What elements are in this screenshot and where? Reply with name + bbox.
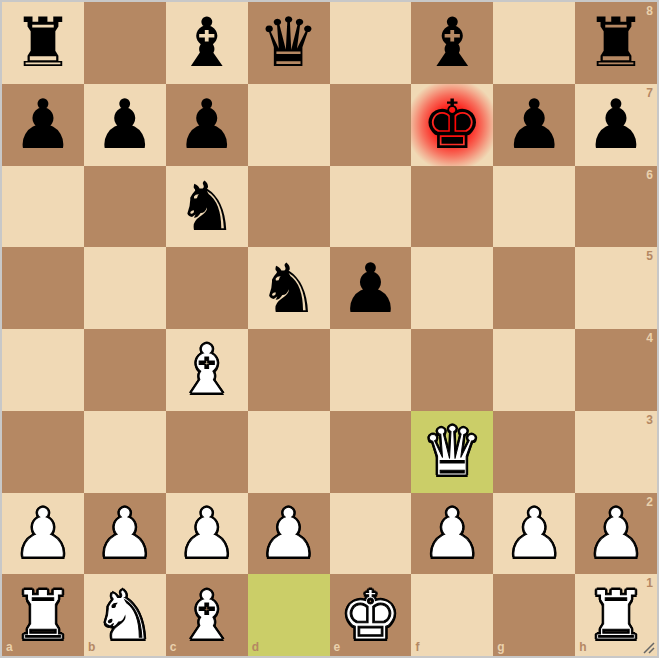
square-d7[interactable] — [248, 84, 330, 166]
square-e1[interactable]: ♚e — [330, 574, 412, 656]
square-d2[interactable]: ♟ — [248, 493, 330, 575]
square-g2[interactable]: ♟ — [493, 493, 575, 575]
square-e6[interactable] — [330, 166, 412, 248]
square-c5[interactable] — [166, 247, 248, 329]
square-h6[interactable]: 6 — [575, 166, 657, 248]
black-pawn[interactable]: ♟ — [340, 248, 401, 329]
square-h5[interactable]: 5 — [575, 247, 657, 329]
file-label-g: g — [497, 640, 504, 654]
square-e2[interactable] — [330, 493, 412, 575]
file-label-f: f — [415, 640, 419, 654]
square-c3[interactable] — [166, 411, 248, 493]
square-a2[interactable]: ♟ — [2, 493, 84, 575]
square-c2[interactable]: ♟ — [166, 493, 248, 575]
square-d6[interactable] — [248, 166, 330, 248]
square-d8[interactable]: ♛ — [248, 2, 330, 84]
black-pawn[interactable]: ♟ — [504, 84, 565, 165]
rank-label-2: 2 — [646, 495, 653, 509]
square-g7[interactable]: ♟ — [493, 84, 575, 166]
square-d1[interactable]: d — [248, 574, 330, 656]
white-pawn[interactable]: ♟ — [176, 493, 237, 574]
square-f7[interactable]: ♚ — [411, 84, 493, 166]
square-b4[interactable] — [84, 329, 166, 411]
chess-board-frame: ♜♝♛♝♜8♟♟♟♚♟♟7♞6♞♟5♝4♛3♟♟♟♟♟♟♟2♜a♞b♝cd♚ef… — [0, 0, 659, 658]
rank-label-7: 7 — [646, 86, 653, 100]
resize-handle-lines — [644, 643, 654, 653]
black-queen[interactable]: ♛ — [258, 2, 319, 83]
white-pawn[interactable]: ♟ — [258, 493, 319, 574]
square-e7[interactable] — [330, 84, 412, 166]
square-b7[interactable]: ♟ — [84, 84, 166, 166]
square-g4[interactable] — [493, 329, 575, 411]
square-d4[interactable] — [248, 329, 330, 411]
black-rook[interactable]: ♜ — [12, 2, 73, 83]
black-pawn[interactable]: ♟ — [176, 84, 237, 165]
square-g6[interactable] — [493, 166, 575, 248]
square-a6[interactable] — [2, 166, 84, 248]
square-c4[interactable]: ♝ — [166, 329, 248, 411]
white-bishop[interactable]: ♝ — [176, 329, 237, 410]
square-c6[interactable]: ♞ — [166, 166, 248, 248]
white-pawn[interactable]: ♟ — [12, 493, 73, 574]
square-f3[interactable]: ♛ — [411, 411, 493, 493]
square-b3[interactable] — [84, 411, 166, 493]
square-d3[interactable] — [248, 411, 330, 493]
black-pawn[interactable]: ♟ — [12, 84, 73, 165]
black-pawn[interactable]: ♟ — [94, 84, 155, 165]
square-h8[interactable]: ♜8 — [575, 2, 657, 84]
square-c7[interactable]: ♟ — [166, 84, 248, 166]
square-e3[interactable] — [330, 411, 412, 493]
square-a1[interactable]: ♜a — [2, 574, 84, 656]
rank-label-6: 6 — [646, 168, 653, 182]
white-king[interactable]: ♚ — [340, 575, 401, 656]
square-f4[interactable] — [411, 329, 493, 411]
black-rook[interactable]: ♜ — [586, 2, 647, 83]
square-a8[interactable]: ♜ — [2, 2, 84, 84]
square-f5[interactable] — [411, 247, 493, 329]
square-b5[interactable] — [84, 247, 166, 329]
square-b1[interactable]: ♞b — [84, 574, 166, 656]
square-f1[interactable]: f — [411, 574, 493, 656]
rank-label-1: 1 — [646, 576, 653, 590]
white-pawn[interactable]: ♟ — [504, 493, 565, 574]
white-pawn[interactable]: ♟ — [586, 493, 647, 574]
white-pawn[interactable]: ♟ — [94, 493, 155, 574]
square-g3[interactable] — [493, 411, 575, 493]
square-f6[interactable] — [411, 166, 493, 248]
square-g8[interactable] — [493, 2, 575, 84]
square-d5[interactable]: ♞ — [248, 247, 330, 329]
square-g1[interactable]: g — [493, 574, 575, 656]
square-c8[interactable]: ♝ — [166, 2, 248, 84]
square-h2[interactable]: ♟2 — [575, 493, 657, 575]
square-c1[interactable]: ♝c — [166, 574, 248, 656]
square-e5[interactable]: ♟ — [330, 247, 412, 329]
black-bishop[interactable]: ♝ — [176, 2, 237, 83]
file-label-d: d — [252, 640, 259, 654]
square-h4[interactable]: 4 — [575, 329, 657, 411]
white-queen[interactable]: ♛ — [422, 411, 483, 492]
rank-label-8: 8 — [646, 4, 653, 18]
white-pawn[interactable]: ♟ — [422, 493, 483, 574]
white-knight[interactable]: ♞ — [94, 575, 155, 656]
white-bishop[interactable]: ♝ — [176, 575, 237, 656]
black-king[interactable]: ♚ — [422, 84, 483, 165]
black-pawn[interactable]: ♟ — [586, 84, 647, 165]
square-f8[interactable]: ♝ — [411, 2, 493, 84]
square-a3[interactable] — [2, 411, 84, 493]
square-b6[interactable] — [84, 166, 166, 248]
white-rook[interactable]: ♜ — [586, 575, 647, 656]
rank-label-5: 5 — [646, 249, 653, 263]
white-rook[interactable]: ♜ — [12, 575, 73, 656]
black-knight[interactable]: ♞ — [176, 166, 237, 247]
square-e8[interactable] — [330, 2, 412, 84]
square-b8[interactable] — [84, 2, 166, 84]
rank-label-4: 4 — [646, 331, 653, 345]
square-a4[interactable] — [2, 329, 84, 411]
square-h3[interactable]: 3 — [575, 411, 657, 493]
square-a7[interactable]: ♟ — [2, 84, 84, 166]
square-e4[interactable] — [330, 329, 412, 411]
square-h7[interactable]: ♟7 — [575, 84, 657, 166]
square-f2[interactable]: ♟ — [411, 493, 493, 575]
square-b2[interactable]: ♟ — [84, 493, 166, 575]
square-a5[interactable] — [2, 247, 84, 329]
square-g5[interactable] — [493, 247, 575, 329]
chess-board: ♜♝♛♝♜8♟♟♟♚♟♟7♞6♞♟5♝4♛3♟♟♟♟♟♟♟2♜a♞b♝cd♚ef… — [2, 2, 657, 656]
rank-label-3: 3 — [646, 413, 653, 427]
board-resize-handle[interactable] — [640, 639, 656, 655]
black-bishop[interactable]: ♝ — [422, 2, 483, 83]
black-knight[interactable]: ♞ — [258, 248, 319, 329]
